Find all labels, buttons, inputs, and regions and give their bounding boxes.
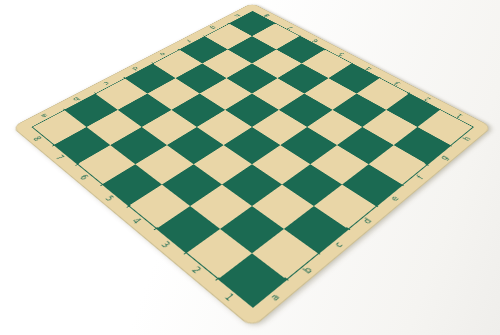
chess-mat: abcdefgh abcdefgh 87654321 87654321: [12, 3, 493, 328]
photo-background: abcdefgh abcdefgh 87654321 87654321: [0, 0, 500, 335]
playing-field: [31, 11, 474, 308]
